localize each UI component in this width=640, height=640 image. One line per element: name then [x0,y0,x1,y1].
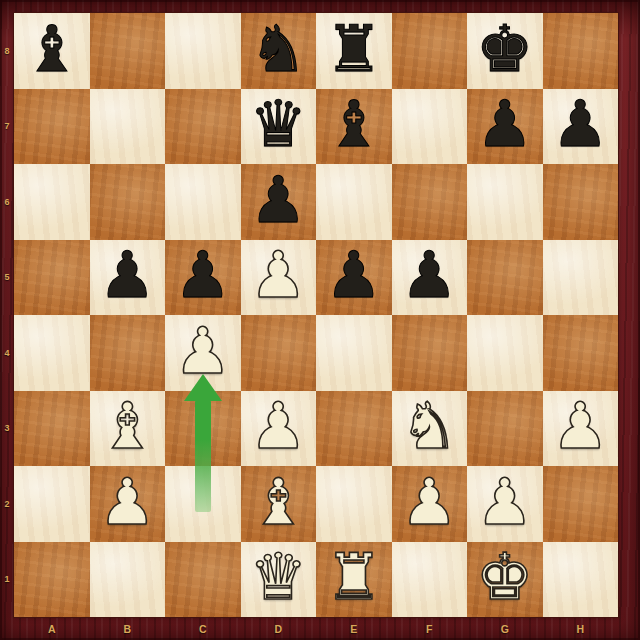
square-d2[interactable]: ♝ [241,466,317,542]
square-c5[interactable]: ♟ [165,240,241,316]
black-rook-e8: ♜ [325,17,382,81]
rank-label-6: 6 [0,164,14,240]
file-label-h: H [543,617,619,640]
square-a1[interactable] [14,542,90,618]
square-d3[interactable]: ♟ [241,391,317,467]
white-king-g1: ♚ [476,545,533,609]
square-h5[interactable] [543,240,619,316]
square-a3[interactable] [14,391,90,467]
square-f8[interactable] [392,13,468,89]
square-a4[interactable] [14,315,90,391]
square-h6[interactable] [543,164,619,240]
square-f4[interactable] [392,315,468,391]
square-c8[interactable] [165,13,241,89]
black-pawn-c5: ♟ [174,243,231,307]
square-e3[interactable] [316,391,392,467]
square-e8[interactable]: ♜ [316,13,392,89]
move-arrow-shaft [195,400,211,512]
square-b5[interactable]: ♟ [90,240,166,316]
square-a8[interactable]: ♝ [14,13,90,89]
square-b7[interactable] [90,89,166,165]
white-pawn-g2: ♟ [476,470,533,534]
rank-label-7: 7 [0,89,14,165]
square-b8[interactable] [90,13,166,89]
rank-label-1: 1 [0,542,14,618]
file-label-b: B [90,617,166,640]
white-rook-e1: ♜ [325,545,382,609]
white-bishop-b3: ♝ [99,394,156,458]
white-pawn-f2: ♟ [401,470,458,534]
square-b2[interactable]: ♟ [90,466,166,542]
square-f3[interactable]: ♞ [392,391,468,467]
square-b3[interactable]: ♝ [90,391,166,467]
square-a2[interactable] [14,466,90,542]
square-e2[interactable] [316,466,392,542]
board-frame: ♝♞♜♚♛♝♟♟♟♟♟♟♟♟♟♝♟♞♟♟♝♟♟♛♜♚ 87654321 ABCD… [0,0,640,640]
square-a5[interactable] [14,240,90,316]
black-pawn-b5: ♟ [99,243,156,307]
square-e7[interactable]: ♝ [316,89,392,165]
file-label-c: C [165,617,241,640]
file-label-a: A [14,617,90,640]
square-g2[interactable]: ♟ [467,466,543,542]
square-a7[interactable] [14,89,90,165]
black-bishop-a8: ♝ [23,17,80,81]
rank-label-8: 8 [0,13,14,89]
white-pawn-d3: ♟ [250,394,307,458]
white-pawn-h3: ♟ [552,394,609,458]
square-h8[interactable] [543,13,619,89]
black-pawn-d6: ♟ [250,168,307,232]
file-label-e: E [316,617,392,640]
rank-label-4: 4 [0,315,14,391]
black-pawn-g7: ♟ [476,92,533,156]
black-knight-d8: ♞ [250,17,307,81]
board: ♝♞♜♚♛♝♟♟♟♟♟♟♟♟♟♝♟♞♟♟♝♟♟♛♜♚ [14,13,618,617]
square-d4[interactable] [241,315,317,391]
square-g3[interactable] [467,391,543,467]
move-arrow-head [184,374,222,401]
square-g6[interactable] [467,164,543,240]
square-f1[interactable] [392,542,468,618]
rank-label-2: 2 [0,466,14,542]
file-label-d: D [241,617,317,640]
square-b6[interactable] [90,164,166,240]
black-queen-d7: ♛ [250,92,307,156]
square-c7[interactable] [165,89,241,165]
square-e5[interactable]: ♟ [316,240,392,316]
rank-label-3: 3 [0,391,14,467]
file-label-f: F [392,617,468,640]
white-bishop-d2: ♝ [250,470,307,534]
square-b1[interactable] [90,542,166,618]
square-g1[interactable]: ♚ [467,542,543,618]
square-b4[interactable] [90,315,166,391]
white-pawn-b2: ♟ [99,470,156,534]
black-king-g8: ♚ [476,17,533,81]
square-h2[interactable] [543,466,619,542]
square-h7[interactable]: ♟ [543,89,619,165]
square-d8[interactable]: ♞ [241,13,317,89]
square-h3[interactable]: ♟ [543,391,619,467]
square-a6[interactable] [14,164,90,240]
square-f2[interactable]: ♟ [392,466,468,542]
white-pawn-d5: ♟ [250,243,307,307]
black-bishop-e7: ♝ [325,92,382,156]
black-pawn-h7: ♟ [552,92,609,156]
square-c6[interactable] [165,164,241,240]
file-label-g: G [467,617,543,640]
square-g5[interactable] [467,240,543,316]
square-e6[interactable] [316,164,392,240]
square-d7[interactable]: ♛ [241,89,317,165]
square-f6[interactable] [392,164,468,240]
black-pawn-e5: ♟ [325,243,382,307]
square-d6[interactable]: ♟ [241,164,317,240]
square-e1[interactable]: ♜ [316,542,392,618]
square-g7[interactable]: ♟ [467,89,543,165]
square-c1[interactable] [165,542,241,618]
square-g8[interactable]: ♚ [467,13,543,89]
black-pawn-f5: ♟ [401,243,458,307]
square-h1[interactable] [543,542,619,618]
square-e4[interactable] [316,315,392,391]
rank-label-5: 5 [0,240,14,316]
white-queen-d1: ♛ [250,545,307,609]
square-d5[interactable]: ♟ [241,240,317,316]
white-knight-f3: ♞ [401,394,458,458]
square-h4[interactable] [543,315,619,391]
square-f5[interactable]: ♟ [392,240,468,316]
square-g4[interactable] [467,315,543,391]
square-f7[interactable] [392,89,468,165]
square-d1[interactable]: ♛ [241,542,317,618]
